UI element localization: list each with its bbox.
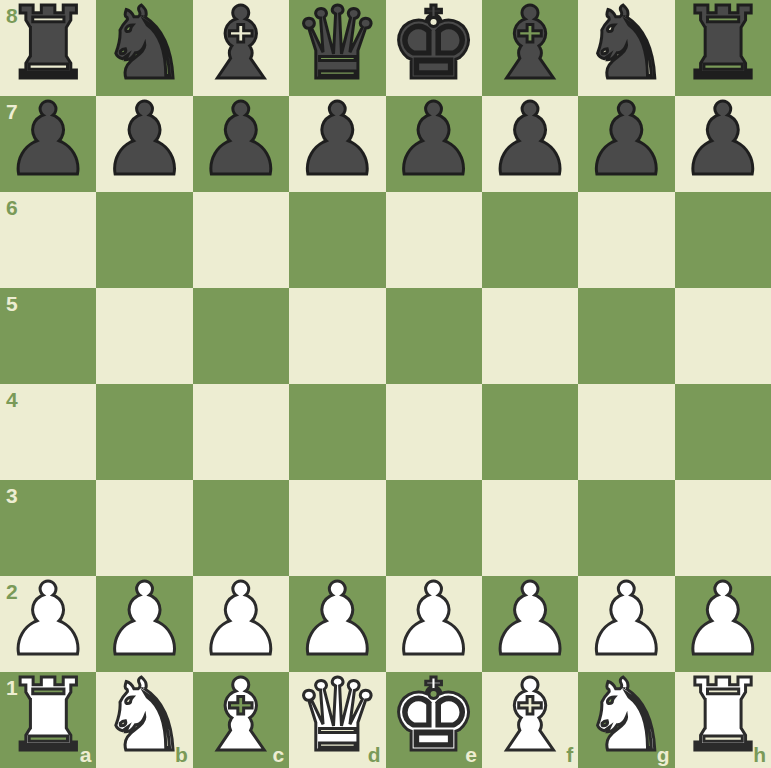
square-b7[interactable]: ♟ xyxy=(96,96,192,192)
white-king-piece[interactable]: ♚ xyxy=(389,672,479,764)
white-rook-piece[interactable]: ♜ xyxy=(3,672,93,764)
black-queen-piece[interactable]: ♛ xyxy=(292,0,382,92)
square-e6[interactable] xyxy=(386,192,482,288)
square-b2[interactable]: ♟ xyxy=(96,576,192,672)
white-pawn-piece[interactable]: ♟ xyxy=(100,576,190,668)
white-queen-piece[interactable]: ♛ xyxy=(292,672,382,764)
square-e4[interactable] xyxy=(386,384,482,480)
square-d7[interactable]: ♟ xyxy=(289,96,385,192)
square-b5[interactable] xyxy=(96,288,192,384)
square-f2[interactable]: ♟ xyxy=(482,576,578,672)
square-a3[interactable]: 3 xyxy=(0,480,96,576)
square-h7[interactable]: ♟ xyxy=(675,96,771,192)
square-b4[interactable] xyxy=(96,384,192,480)
square-c7[interactable]: ♟ xyxy=(193,96,289,192)
square-c6[interactable] xyxy=(193,192,289,288)
square-h3[interactable] xyxy=(675,480,771,576)
square-e5[interactable] xyxy=(386,288,482,384)
square-d3[interactable] xyxy=(289,480,385,576)
black-knight-piece[interactable]: ♞ xyxy=(582,0,672,92)
square-e8[interactable]: ♚ xyxy=(386,0,482,96)
black-rook-piece[interactable]: ♜ xyxy=(678,0,768,92)
white-pawn-piece[interactable]: ♟ xyxy=(485,576,575,668)
square-a8[interactable]: 8♜ xyxy=(0,0,96,96)
black-pawn-piece[interactable]: ♟ xyxy=(3,96,93,188)
black-pawn-piece[interactable]: ♟ xyxy=(100,96,190,188)
square-d2[interactable]: ♟ xyxy=(289,576,385,672)
square-c1[interactable]: c♝ xyxy=(193,672,289,768)
square-d4[interactable] xyxy=(289,384,385,480)
black-pawn-piece[interactable]: ♟ xyxy=(678,96,768,188)
square-g4[interactable] xyxy=(578,384,674,480)
square-e3[interactable] xyxy=(386,480,482,576)
white-pawn-piece[interactable]: ♟ xyxy=(3,576,93,668)
white-pawn-piece[interactable]: ♟ xyxy=(389,576,479,668)
square-c3[interactable] xyxy=(193,480,289,576)
white-knight-piece[interactable]: ♞ xyxy=(100,672,190,764)
rank-label-5: 5 xyxy=(6,293,18,314)
square-c8[interactable]: ♝ xyxy=(193,0,289,96)
square-c5[interactable] xyxy=(193,288,289,384)
white-knight-piece[interactable]: ♞ xyxy=(582,672,672,764)
square-e7[interactable]: ♟ xyxy=(386,96,482,192)
square-b1[interactable]: b♞ xyxy=(96,672,192,768)
square-f4[interactable] xyxy=(482,384,578,480)
chess-board: 8♜♞♝♛♚♝♞♜7♟♟♟♟♟♟♟♟65432♟♟♟♟♟♟♟♟1a♜b♞c♝d♛… xyxy=(0,0,771,768)
square-e2[interactable]: ♟ xyxy=(386,576,482,672)
square-a6[interactable]: 6 xyxy=(0,192,96,288)
square-g2[interactable]: ♟ xyxy=(578,576,674,672)
square-b8[interactable]: ♞ xyxy=(96,0,192,96)
black-pawn-piece[interactable]: ♟ xyxy=(389,96,479,188)
square-f8[interactable]: ♝ xyxy=(482,0,578,96)
square-d8[interactable]: ♛ xyxy=(289,0,385,96)
square-a4[interactable]: 4 xyxy=(0,384,96,480)
black-bishop-piece[interactable]: ♝ xyxy=(485,0,575,92)
square-c4[interactable] xyxy=(193,384,289,480)
black-rook-piece[interactable]: ♜ xyxy=(3,0,93,92)
white-bishop-piece[interactable]: ♝ xyxy=(485,672,575,764)
white-pawn-piece[interactable]: ♟ xyxy=(196,576,286,668)
black-pawn-piece[interactable]: ♟ xyxy=(485,96,575,188)
rank-label-6: 6 xyxy=(6,197,18,218)
chess-board-window: 8♜♞♝♛♚♝♞♜7♟♟♟♟♟♟♟♟65432♟♟♟♟♟♟♟♟1a♜b♞c♝d♛… xyxy=(0,0,771,768)
square-g8[interactable]: ♞ xyxy=(578,0,674,96)
square-g5[interactable] xyxy=(578,288,674,384)
square-a5[interactable]: 5 xyxy=(0,288,96,384)
square-d1[interactable]: d♛ xyxy=(289,672,385,768)
black-pawn-piece[interactable]: ♟ xyxy=(292,96,382,188)
square-h8[interactable]: ♜ xyxy=(675,0,771,96)
square-g7[interactable]: ♟ xyxy=(578,96,674,192)
square-b3[interactable] xyxy=(96,480,192,576)
square-e1[interactable]: e♚ xyxy=(386,672,482,768)
rank-label-3: 3 xyxy=(6,485,18,506)
square-g3[interactable] xyxy=(578,480,674,576)
square-h1[interactable]: h♜ xyxy=(675,672,771,768)
black-knight-piece[interactable]: ♞ xyxy=(100,0,190,92)
square-c2[interactable]: ♟ xyxy=(193,576,289,672)
square-d6[interactable] xyxy=(289,192,385,288)
square-f3[interactable] xyxy=(482,480,578,576)
white-pawn-piece[interactable]: ♟ xyxy=(678,576,768,668)
square-h6[interactable] xyxy=(675,192,771,288)
white-pawn-piece[interactable]: ♟ xyxy=(582,576,672,668)
white-rook-piece[interactable]: ♜ xyxy=(678,672,768,764)
square-g6[interactable] xyxy=(578,192,674,288)
square-a1[interactable]: 1a♜ xyxy=(0,672,96,768)
square-f7[interactable]: ♟ xyxy=(482,96,578,192)
square-d5[interactable] xyxy=(289,288,385,384)
black-king-piece[interactable]: ♚ xyxy=(389,0,479,92)
square-f6[interactable] xyxy=(482,192,578,288)
black-pawn-piece[interactable]: ♟ xyxy=(196,96,286,188)
black-bishop-piece[interactable]: ♝ xyxy=(196,0,286,92)
square-h5[interactable] xyxy=(675,288,771,384)
square-g1[interactable]: g♞ xyxy=(578,672,674,768)
square-a2[interactable]: 2♟ xyxy=(0,576,96,672)
white-bishop-piece[interactable]: ♝ xyxy=(196,672,286,764)
square-a7[interactable]: 7♟ xyxy=(0,96,96,192)
black-pawn-piece[interactable]: ♟ xyxy=(582,96,672,188)
square-f5[interactable] xyxy=(482,288,578,384)
rank-label-4: 4 xyxy=(6,389,18,410)
square-f1[interactable]: f♝ xyxy=(482,672,578,768)
square-h2[interactable]: ♟ xyxy=(675,576,771,672)
white-pawn-piece[interactable]: ♟ xyxy=(292,576,382,668)
square-h4[interactable] xyxy=(675,384,771,480)
square-b6[interactable] xyxy=(96,192,192,288)
